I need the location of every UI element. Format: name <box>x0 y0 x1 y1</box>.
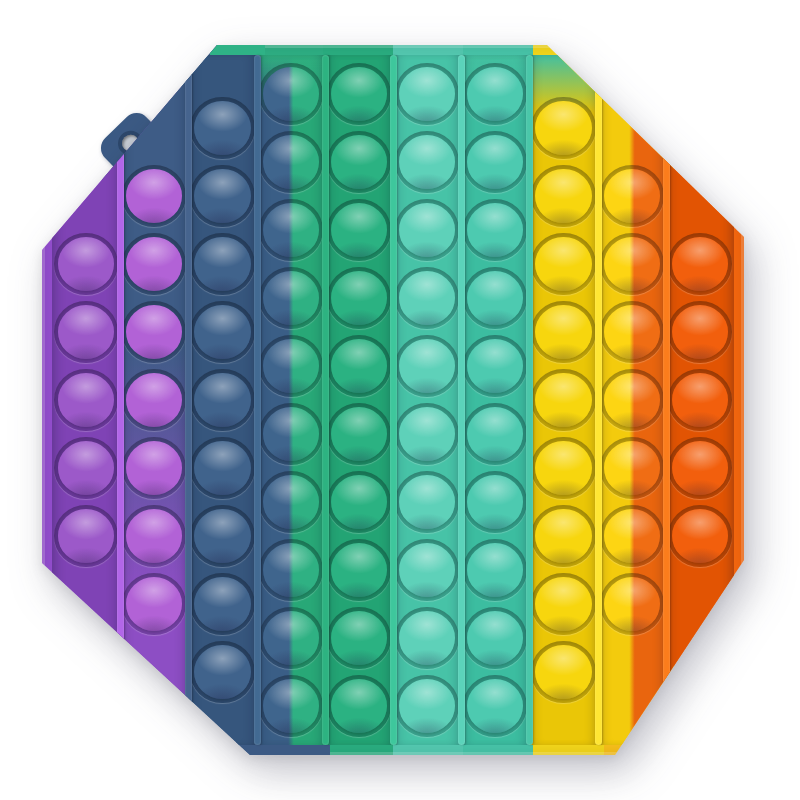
bubble-navy-green[interactable] <box>263 543 319 597</box>
bubble-cell-c8-r6 <box>529 434 597 502</box>
bubble-cell-c9-r7 <box>598 570 666 638</box>
bubble-navy[interactable] <box>194 373 250 427</box>
bubble-teal[interactable] <box>467 543 523 597</box>
bubble-teal[interactable] <box>467 407 523 461</box>
bubble-cell-c4-r6 <box>257 400 325 468</box>
bubble-cell-c4-r3 <box>257 196 325 264</box>
bubble-navy[interactable] <box>194 441 250 495</box>
bubble-yellow-orange[interactable] <box>604 577 660 631</box>
bubble-cell-c9-r3 <box>598 298 666 366</box>
bubble-cell-c7-r7 <box>461 468 529 536</box>
bubble-cell-c7-r3 <box>461 196 529 264</box>
bubble-cell-c7-r8 <box>461 536 529 604</box>
bubble-orange[interactable] <box>672 373 728 427</box>
bubble-navy-green[interactable] <box>263 135 319 189</box>
bubble-cell-c6-r1 <box>393 60 461 128</box>
bubble-cell-c2-r6 <box>120 502 188 570</box>
bubble-cell-c4-r5 <box>257 332 325 400</box>
bubble-green[interactable] <box>331 407 387 461</box>
bubble-yellow-orange[interactable] <box>604 305 660 359</box>
bubble-navy-green[interactable] <box>263 475 319 529</box>
bubble-cell-c4-r8 <box>257 536 325 604</box>
bubble-teal[interactable] <box>467 679 523 733</box>
bubble-yellow[interactable] <box>535 101 591 155</box>
bubble-cell-c5-r6 <box>325 400 393 468</box>
bubble-aqua[interactable] <box>399 271 455 325</box>
bubble-green[interactable] <box>331 203 387 257</box>
bubble-teal[interactable] <box>467 67 523 121</box>
bubble-orange[interactable] <box>672 237 728 291</box>
bubble-teal[interactable] <box>467 135 523 189</box>
bubble-cell-c3-r5 <box>188 366 256 434</box>
column-4-navy-green <box>257 55 325 745</box>
bubble-yellow-orange[interactable] <box>604 237 660 291</box>
bubble-green[interactable] <box>331 611 387 665</box>
bubble-aqua[interactable] <box>399 543 455 597</box>
ridge-4 <box>322 55 329 745</box>
bubble-cell-c8-r5 <box>529 366 597 434</box>
bubble-navy[interactable] <box>194 237 250 291</box>
bubble-magenta-purple[interactable] <box>126 509 182 563</box>
bubble-cell-c10-r3 <box>666 366 734 434</box>
bubble-cell-c3-r3 <box>188 230 256 298</box>
bubble-orange[interactable] <box>672 305 728 359</box>
column-1-purple <box>52 55 120 745</box>
bubble-grid <box>52 55 734 745</box>
bubble-green[interactable] <box>331 271 387 325</box>
bubble-cell-c6-r8 <box>393 536 461 604</box>
octagon-board <box>42 45 744 755</box>
bubble-cell-c7-r9 <box>461 604 529 672</box>
bubble-yellow[interactable] <box>535 441 591 495</box>
bubble-orange[interactable] <box>672 509 728 563</box>
bubble-aqua[interactable] <box>399 407 455 461</box>
bubble-cell-c10-r1 <box>666 230 734 298</box>
bubble-cell-c5-r1 <box>325 60 393 128</box>
bubble-teal[interactable] <box>467 203 523 257</box>
bubble-cell-c5-r3 <box>325 196 393 264</box>
bubble-cell-c4-r2 <box>257 128 325 196</box>
bubble-cell-c3-r1 <box>188 94 256 162</box>
bubble-aqua[interactable] <box>399 611 455 665</box>
bubble-cell-c2-r1 <box>120 162 188 230</box>
bubble-cell-c6-r10 <box>393 672 461 740</box>
bubble-cell-c6-r2 <box>393 128 461 196</box>
bubble-cell-c8-r9 <box>529 638 597 706</box>
bubble-yellow-orange[interactable] <box>604 441 660 495</box>
bubble-purple[interactable] <box>58 305 114 359</box>
bubble-cell-c10-r5 <box>666 502 734 570</box>
bubble-cell-c4-r10 <box>257 672 325 740</box>
bubble-green[interactable] <box>331 135 387 189</box>
column-9-yellow-orange <box>598 55 666 745</box>
bubble-cell-c2-r4 <box>120 366 188 434</box>
bubble-cell-c4-r4 <box>257 264 325 332</box>
bubble-aqua[interactable] <box>399 679 455 733</box>
ridge-1 <box>117 55 124 745</box>
bubble-cell-c8-r3 <box>529 230 597 298</box>
bubble-cell-c4-r9 <box>257 604 325 672</box>
bubble-cell-c9-r5 <box>598 434 666 502</box>
bubble-yellow-orange[interactable] <box>604 373 660 427</box>
ridge-5 <box>390 55 397 745</box>
bubble-navy-green[interactable] <box>263 67 319 121</box>
bubble-cell-c8-r7 <box>529 502 597 570</box>
bubble-cell-c10-r2 <box>666 298 734 366</box>
bubble-magenta-purple[interactable] <box>126 305 182 359</box>
bubble-cell-c7-r1 <box>461 60 529 128</box>
bubble-navy-green[interactable] <box>263 679 319 733</box>
bubble-green[interactable] <box>331 339 387 393</box>
bubble-yellow[interactable] <box>535 373 591 427</box>
bubble-cell-c3-r8 <box>188 570 256 638</box>
bubble-cell-c6-r3 <box>393 196 461 264</box>
bubble-purple[interactable] <box>58 373 114 427</box>
ridge-8 <box>595 55 602 745</box>
bubble-cell-c6-r7 <box>393 468 461 536</box>
column-5-green <box>325 55 393 745</box>
ridge-6 <box>458 55 465 745</box>
bubble-cell-c7-r2 <box>461 128 529 196</box>
bubble-cell-c5-r4 <box>325 264 393 332</box>
bubble-magenta-purple[interactable] <box>126 577 182 631</box>
bubble-cell-c5-r5 <box>325 332 393 400</box>
bubble-cell-c1-r1 <box>52 230 120 298</box>
bubble-cell-c7-r5 <box>461 332 529 400</box>
bubble-magenta-purple[interactable] <box>126 169 182 223</box>
bubble-teal[interactable] <box>467 339 523 393</box>
bubble-cell-c3-r2 <box>188 162 256 230</box>
bubble-cell-c4-r1 <box>257 60 325 128</box>
bubble-cell-c5-r9 <box>325 604 393 672</box>
bubble-magenta-purple[interactable] <box>126 237 182 291</box>
bubble-cell-c5-r10 <box>325 672 393 740</box>
bubble-teal[interactable] <box>467 611 523 665</box>
bubble-yellow[interactable] <box>535 577 591 631</box>
bubble-teal[interactable] <box>467 475 523 529</box>
bubble-green[interactable] <box>331 475 387 529</box>
bubble-cell-c5-r7 <box>325 468 393 536</box>
bubble-navy-green[interactable] <box>263 339 319 393</box>
bubble-cell-c7-r10 <box>461 672 529 740</box>
bubble-navy[interactable] <box>194 509 250 563</box>
bubble-green[interactable] <box>331 679 387 733</box>
bubble-green[interactable] <box>331 543 387 597</box>
bubble-cell-c8-r4 <box>529 298 597 366</box>
bubble-navy-green[interactable] <box>263 407 319 461</box>
bubble-navy[interactable] <box>194 169 250 223</box>
bubble-yellow-orange[interactable] <box>604 169 660 223</box>
bubble-aqua[interactable] <box>399 475 455 529</box>
bubble-navy-green[interactable] <box>263 271 319 325</box>
bubble-yellow[interactable] <box>535 237 591 291</box>
column-3-navy <box>188 55 256 745</box>
bubble-teal[interactable] <box>467 271 523 325</box>
bubble-navy[interactable] <box>194 645 250 699</box>
bubble-cell-c3-r7 <box>188 502 256 570</box>
bubble-cell-c7-r6 <box>461 400 529 468</box>
bubble-cell-c1-r5 <box>52 502 120 570</box>
bubble-navy[interactable] <box>194 101 250 155</box>
bubble-cell-c9-r6 <box>598 502 666 570</box>
bubble-cell-c3-r4 <box>188 298 256 366</box>
bubble-orange[interactable] <box>672 441 728 495</box>
bubble-yellow[interactable] <box>535 509 591 563</box>
bubble-cell-c4-r7 <box>257 468 325 536</box>
product-photo <box>0 0 800 800</box>
bubble-magenta-purple[interactable] <box>126 441 182 495</box>
ridge-2 <box>185 55 192 745</box>
bubble-navy[interactable] <box>194 577 250 631</box>
bubble-purple[interactable] <box>58 509 114 563</box>
bubble-cell-c2-r2 <box>120 230 188 298</box>
bubble-cell-c8-r1 <box>529 94 597 162</box>
bubble-cell-c8-r8 <box>529 570 597 638</box>
bubble-purple[interactable] <box>58 441 114 495</box>
bubble-cell-c5-r2 <box>325 128 393 196</box>
bubble-cell-c6-r4 <box>393 264 461 332</box>
bubble-navy-green[interactable] <box>263 203 319 257</box>
bubble-cell-c10-r4 <box>666 434 734 502</box>
bubble-cell-c1-r4 <box>52 434 120 502</box>
column-10-orange <box>666 55 734 745</box>
bubble-cell-c9-r4 <box>598 366 666 434</box>
bubble-cell-c5-r8 <box>325 536 393 604</box>
bubble-cell-c6-r9 <box>393 604 461 672</box>
bubble-yellow[interactable] <box>535 169 591 223</box>
ridge-9 <box>663 55 670 745</box>
bubble-aqua[interactable] <box>399 339 455 393</box>
ridge-7 <box>526 55 533 745</box>
column-2-magenta-purple <box>120 55 188 745</box>
bubble-cell-c3-r9 <box>188 638 256 706</box>
bubble-cell-c7-r4 <box>461 264 529 332</box>
pop-it-toy <box>42 45 744 755</box>
column-6-aqua <box>393 55 461 745</box>
bubble-cell-c3-r6 <box>188 434 256 502</box>
bubble-cell-c2-r5 <box>120 434 188 502</box>
bubble-navy-green[interactable] <box>263 611 319 665</box>
bubble-cell-c2-r7 <box>120 570 188 638</box>
bubble-green[interactable] <box>331 67 387 121</box>
bubble-yellow[interactable] <box>535 645 591 699</box>
bubble-aqua[interactable] <box>399 135 455 189</box>
ridge-3 <box>254 55 261 745</box>
bubble-cell-c6-r6 <box>393 400 461 468</box>
bubble-yellow-orange[interactable] <box>604 509 660 563</box>
bubble-cell-c8-r2 <box>529 162 597 230</box>
bubble-magenta-purple[interactable] <box>126 373 182 427</box>
bubble-cell-c9-r2 <box>598 230 666 298</box>
bubble-navy[interactable] <box>194 305 250 359</box>
bubble-cell-c6-r5 <box>393 332 461 400</box>
bubble-cell-c1-r3 <box>52 366 120 434</box>
bubble-cell-c2-r3 <box>120 298 188 366</box>
bubble-aqua[interactable] <box>399 67 455 121</box>
bubble-yellow[interactable] <box>535 305 591 359</box>
column-7-teal <box>461 55 529 745</box>
bubble-purple[interactable] <box>58 237 114 291</box>
bubble-aqua[interactable] <box>399 203 455 257</box>
column-8-yellow <box>529 55 597 745</box>
bubble-cell-c9-r1 <box>598 162 666 230</box>
bubble-cell-c1-r2 <box>52 298 120 366</box>
